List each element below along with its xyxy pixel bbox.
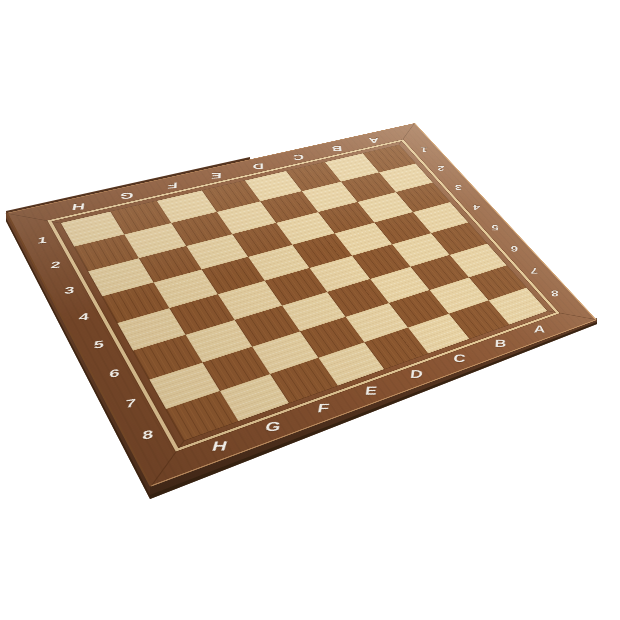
- coord-file-d-lower-right-edge: D: [403, 366, 430, 383]
- coord-file-g-lower-right-edge: G: [256, 417, 289, 436]
- coord-file-e-lower-right-edge: E: [356, 382, 385, 399]
- coord-rank-1-lower-left-edge: 1: [27, 232, 57, 248]
- coord-rank-4-upper-right-edge: 4: [466, 201, 487, 213]
- coord-file-e-upper-left-edge: E: [204, 169, 228, 182]
- coord-rank-3-upper-right-edge: 3: [448, 182, 469, 194]
- coord-file-b-lower-right-edge: B: [488, 336, 512, 351]
- coord-rank-3-lower-left-edge: 3: [54, 281, 84, 299]
- coord-file-c-lower-right-edge: C: [447, 351, 473, 367]
- coord-rank-6-upper-right-edge: 6: [504, 243, 525, 256]
- coord-file-c-upper-left-edge: C: [287, 151, 309, 163]
- coord-rank-5-upper-right-edge: 5: [485, 222, 506, 234]
- coord-file-h-lower-right-edge: H: [202, 436, 237, 456]
- coord-rank-8-upper-right-edge: 8: [544, 287, 566, 301]
- coord-file-f-upper-left-edge: F: [160, 179, 185, 192]
- coord-file-h-upper-left-edge: H: [64, 199, 92, 213]
- coord-rank-2-upper-right-edge: 2: [430, 163, 451, 174]
- coord-rank-1-upper-right-edge: 1: [414, 144, 435, 155]
- coord-file-d-upper-left-edge: D: [247, 160, 270, 172]
- coord-file-f-lower-right-edge: F: [308, 399, 339, 417]
- coord-rank-2-lower-left-edge: 2: [40, 256, 70, 273]
- coord-rank-7-upper-right-edge: 7: [523, 264, 545, 277]
- coord-file-a-upper-left-edge: A: [363, 135, 385, 146]
- coord-file-g-upper-left-edge: G: [113, 189, 140, 203]
- coord-file-a-lower-right-edge: A: [528, 322, 551, 337]
- chessboard-product-photo: AA11BB22CC33DD44EE55FF66GG77HH88: [0, 0, 620, 620]
- coord-file-b-upper-left-edge: B: [326, 143, 348, 154]
